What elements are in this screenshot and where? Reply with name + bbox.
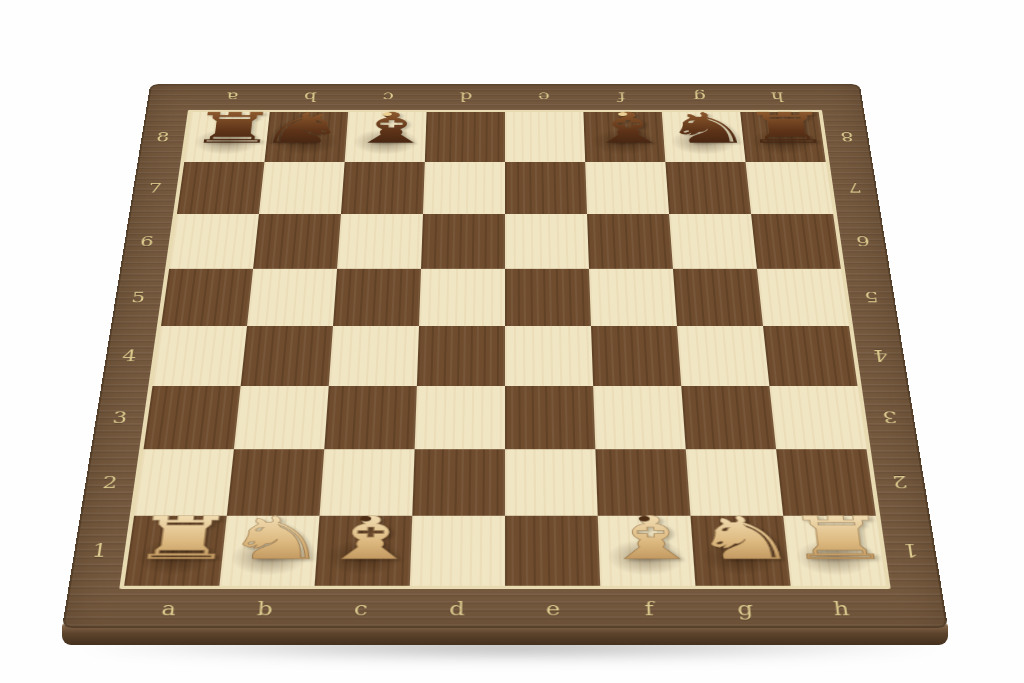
square-c4[interactable]: [329, 326, 419, 386]
square-a5[interactable]: [161, 269, 253, 326]
square-g5[interactable]: [673, 269, 763, 326]
coordinate-label: 2: [871, 449, 930, 515]
coordinate-label: g: [696, 589, 795, 628]
square-e5[interactable]: [505, 269, 591, 326]
square-b3[interactable]: [234, 386, 329, 449]
coordinate-label: f: [600, 589, 698, 628]
coordinate-label: 7: [829, 162, 880, 214]
square-a7[interactable]: [177, 162, 265, 214]
square-h1[interactable]: ♜: [783, 516, 886, 586]
square-a2[interactable]: [134, 449, 234, 515]
square-c2[interactable]: [320, 449, 415, 515]
square-e3[interactable]: [505, 386, 595, 449]
coordinate-label: 6: [837, 214, 890, 269]
square-e2[interactable]: [505, 449, 598, 515]
square-h2[interactable]: [776, 449, 876, 515]
light-knight-g1[interactable]: ♞: [690, 509, 789, 568]
square-g2[interactable]: [686, 449, 783, 515]
coordinate-label: h: [791, 589, 892, 628]
square-e4[interactable]: [505, 326, 593, 386]
square-f3[interactable]: [593, 386, 686, 449]
square-d8[interactable]: [425, 112, 505, 162]
coordinate-label: 8: [138, 112, 188, 162]
bishop-finial-ball: [639, 516, 650, 521]
light-bishop-f1[interactable]: ♝: [597, 509, 694, 568]
square-e8[interactable]: [505, 112, 585, 162]
square-b4[interactable]: [241, 326, 333, 386]
piece-contact-shadow: [606, 539, 687, 576]
square-d1[interactable]: [410, 516, 505, 586]
square-a6[interactable]: [169, 214, 259, 269]
square-h3[interactable]: [769, 386, 866, 449]
dark-rook-h8[interactable]: ♜: [740, 107, 824, 149]
square-f6[interactable]: [587, 214, 673, 269]
square-b1[interactable]: ♞: [219, 516, 319, 586]
coordinate-label: 3: [91, 386, 148, 449]
light-knight-b1[interactable]: ♞: [221, 509, 320, 568]
coordinate-label: 5: [111, 269, 165, 326]
dark-knight-b8[interactable]: ♞: [266, 107, 349, 149]
square-c1[interactable]: ♝: [315, 516, 413, 586]
coordinate-label: 7: [129, 162, 180, 214]
square-h4[interactable]: [763, 326, 858, 386]
square-a4[interactable]: [152, 326, 247, 386]
square-e7[interactable]: [505, 162, 587, 214]
chess-board: abcdefgh abcdefgh 87654321 87654321 ♜♞♝♝…: [62, 84, 948, 628]
square-b8[interactable]: ♞: [264, 112, 348, 162]
square-h8[interactable]: ♜: [740, 112, 825, 162]
bishop-finial-ball: [618, 112, 627, 116]
square-c3[interactable]: [324, 386, 417, 449]
dark-bishop-f8[interactable]: ♝: [583, 107, 664, 149]
square-f1[interactable]: ♝: [598, 516, 696, 586]
square-c6[interactable]: [337, 214, 423, 269]
coordinate-label: e: [505, 589, 602, 628]
square-f2[interactable]: [595, 449, 690, 515]
piece-contact-shadow: [323, 539, 404, 576]
dark-bishop-c8[interactable]: ♝: [346, 107, 427, 149]
product-photo-background: abcdefgh abcdefgh 87654321 87654321 ♜♞♝♝…: [0, 0, 1024, 683]
square-b7[interactable]: [259, 162, 345, 214]
files-bottom: abcdefgh: [118, 589, 892, 628]
coordinate-label: b: [215, 589, 314, 628]
light-rook-a1[interactable]: ♜: [127, 509, 228, 568]
square-g6[interactable]: [669, 214, 757, 269]
square-f5[interactable]: [589, 269, 677, 326]
piece-contact-shadow: [133, 539, 217, 576]
coordinate-label: 5: [845, 269, 899, 326]
light-rook-h1[interactable]: ♜: [782, 509, 883, 568]
square-g7[interactable]: [665, 162, 751, 214]
square-d3[interactable]: [415, 386, 505, 449]
square-f8[interactable]: ♝: [583, 112, 665, 162]
board-grid: ♜♞♝♝♞♜♜♞♝♝♞♜: [124, 112, 886, 586]
piece-contact-shadow: [228, 539, 310, 576]
piece-contact-shadow: [700, 539, 782, 576]
coordinate-label: a: [118, 589, 219, 628]
square-d2[interactable]: [412, 449, 505, 515]
coordinate-label: 3: [862, 386, 919, 449]
square-b2[interactable]: [227, 449, 324, 515]
square-h6[interactable]: [751, 214, 841, 269]
playing-area: ♜♞♝♝♞♜♜♞♝♝♞♜: [119, 110, 891, 589]
dark-knight-g8[interactable]: ♞: [661, 107, 744, 149]
square-g8[interactable]: ♞: [662, 112, 746, 162]
square-f4[interactable]: [591, 326, 681, 386]
square-h5[interactable]: [757, 269, 849, 326]
square-d6[interactable]: [421, 214, 505, 269]
coordinate-label: d: [408, 589, 505, 628]
piece-contact-shadow: [793, 539, 877, 576]
square-d4[interactable]: [417, 326, 505, 386]
coordinate-label: e: [505, 84, 583, 110]
square-a1[interactable]: ♜: [124, 516, 227, 586]
square-e1[interactable]: [505, 516, 600, 586]
square-g4[interactable]: [677, 326, 769, 386]
square-c5[interactable]: [333, 269, 421, 326]
coordinate-label: 4: [853, 326, 909, 386]
coordinate-label: c: [312, 589, 410, 628]
square-a3[interactable]: [144, 386, 241, 449]
bishop-finial-ball: [360, 516, 371, 521]
square-h7[interactable]: [746, 162, 834, 214]
square-c8[interactable]: ♝: [345, 112, 427, 162]
coordinate-label: 1: [880, 516, 941, 586]
square-d5[interactable]: [419, 269, 505, 326]
light-bishop-c1[interactable]: ♝: [316, 509, 413, 568]
coordinate-label: d: [427, 84, 505, 110]
square-g1[interactable]: ♞: [690, 516, 790, 586]
square-g3[interactable]: [681, 386, 776, 449]
bishop-finial-ball: [383, 112, 392, 116]
square-d7[interactable]: [423, 162, 505, 214]
coordinate-label: 6: [120, 214, 173, 269]
square-b5[interactable]: [247, 269, 337, 326]
square-e6[interactable]: [505, 214, 589, 269]
square-c7[interactable]: [341, 162, 425, 214]
square-f7[interactable]: [585, 162, 669, 214]
square-b6[interactable]: [253, 214, 341, 269]
